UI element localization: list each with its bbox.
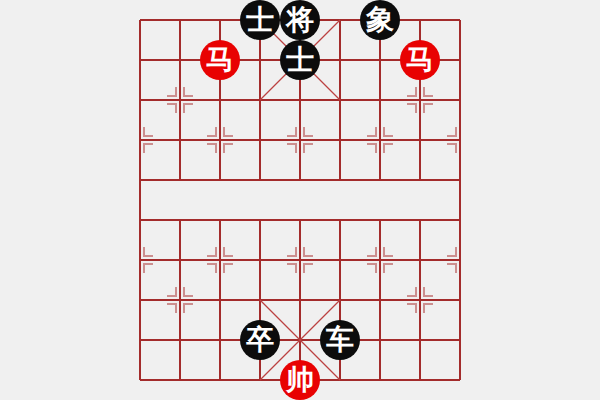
piece-black-elephant[interactable]: 象 xyxy=(360,0,400,40)
point-marker xyxy=(384,127,393,136)
point-marker xyxy=(384,264,393,273)
point-marker xyxy=(144,264,153,273)
point-marker xyxy=(144,127,153,136)
point-marker xyxy=(144,247,153,256)
point-marker xyxy=(167,287,176,296)
point-marker xyxy=(184,287,193,296)
point-marker xyxy=(367,247,376,256)
piece-black-soldier[interactable]: 卒 xyxy=(240,320,280,360)
piece-black-chariot[interactable]: 车 xyxy=(320,320,360,360)
point-marker xyxy=(424,104,433,113)
point-marker xyxy=(184,104,193,113)
point-marker xyxy=(184,87,193,96)
point-marker xyxy=(207,144,216,153)
point-marker xyxy=(207,264,216,273)
point-marker xyxy=(447,247,456,256)
point-marker xyxy=(144,144,153,153)
point-marker xyxy=(184,304,193,313)
point-marker xyxy=(424,304,433,313)
piece-black-advisor[interactable]: 士 xyxy=(240,0,280,40)
point-marker xyxy=(407,287,416,296)
point-marker xyxy=(207,247,216,256)
point-marker xyxy=(167,104,176,113)
point-marker xyxy=(447,127,456,136)
point-marker xyxy=(224,144,233,153)
piece-black-advisor[interactable]: 士 xyxy=(280,40,320,80)
piece-black-general[interactable]: 将 xyxy=(280,0,320,40)
point-marker xyxy=(304,247,313,256)
point-marker xyxy=(287,247,296,256)
point-marker xyxy=(407,304,416,313)
point-marker xyxy=(304,127,313,136)
point-marker xyxy=(367,127,376,136)
point-marker xyxy=(447,144,456,153)
point-marker xyxy=(167,87,176,96)
point-marker xyxy=(304,144,313,153)
point-marker xyxy=(407,104,416,113)
xiangqi-app-canvas: 士将象马士马卒车帅 xyxy=(0,0,600,400)
piece-red-horse[interactable]: 马 xyxy=(200,40,240,80)
point-marker xyxy=(167,304,176,313)
point-marker xyxy=(384,247,393,256)
point-marker xyxy=(287,264,296,273)
piece-red-horse[interactable]: 马 xyxy=(400,40,440,80)
piece-red-general[interactable]: 帅 xyxy=(280,360,320,400)
point-marker xyxy=(224,127,233,136)
point-marker xyxy=(424,287,433,296)
point-marker xyxy=(287,144,296,153)
point-marker xyxy=(207,127,216,136)
point-marker xyxy=(304,264,313,273)
point-marker xyxy=(224,264,233,273)
point-marker xyxy=(224,247,233,256)
point-marker xyxy=(407,87,416,96)
point-marker xyxy=(367,264,376,273)
point-marker xyxy=(424,87,433,96)
point-marker xyxy=(384,144,393,153)
point-marker xyxy=(367,144,376,153)
point-marker xyxy=(287,127,296,136)
point-marker xyxy=(447,264,456,273)
